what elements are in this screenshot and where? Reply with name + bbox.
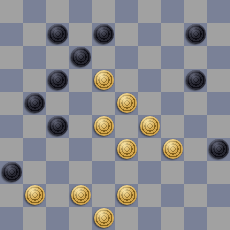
dark-square[interactable] [207,184,230,207]
dark-square[interactable] [138,115,161,138]
dark-square[interactable] [115,184,138,207]
dark-square[interactable] [0,161,23,184]
gold-man-piece[interactable] [117,93,137,113]
light-square [23,115,46,138]
light-square [115,115,138,138]
light-square [184,0,207,23]
light-square [115,207,138,230]
dark-square[interactable] [92,207,115,230]
dark-square[interactable] [69,92,92,115]
dark-square[interactable] [23,46,46,69]
light-square [115,161,138,184]
dark-square[interactable] [138,23,161,46]
dark-square[interactable] [161,0,184,23]
dark-square[interactable] [161,138,184,161]
light-square [207,23,230,46]
gold-man-piece[interactable] [71,185,91,205]
light-square [161,207,184,230]
dark-square[interactable] [184,23,207,46]
black-man-piece[interactable] [186,70,206,90]
black-man-piece[interactable] [48,70,68,90]
light-square [184,46,207,69]
dark-square[interactable] [23,138,46,161]
light-square [69,161,92,184]
gold-man-piece[interactable] [94,116,114,136]
light-square [138,138,161,161]
light-square [46,46,69,69]
dark-square[interactable] [69,0,92,23]
dark-square[interactable] [161,46,184,69]
light-square [115,23,138,46]
gold-man-piece[interactable] [25,185,45,205]
black-man-piece[interactable] [94,24,114,44]
dark-square[interactable] [138,207,161,230]
light-square [46,92,69,115]
gold-man-piece[interactable] [117,139,137,159]
light-square [0,138,23,161]
dark-square[interactable] [23,184,46,207]
black-man-piece[interactable] [71,47,91,67]
dark-square[interactable] [0,69,23,92]
light-square [23,161,46,184]
light-square [184,138,207,161]
dark-square[interactable] [184,161,207,184]
dark-square[interactable] [115,0,138,23]
light-square [69,69,92,92]
dark-square[interactable] [92,115,115,138]
dark-square[interactable] [115,92,138,115]
light-square [115,69,138,92]
light-square [161,23,184,46]
dark-square[interactable] [92,161,115,184]
dark-square[interactable] [0,207,23,230]
light-square [92,0,115,23]
black-man-piece[interactable] [25,93,45,113]
light-square [46,0,69,23]
dark-square[interactable] [46,115,69,138]
light-square [46,138,69,161]
light-square [161,69,184,92]
light-square [23,207,46,230]
light-square [46,184,69,207]
dark-square[interactable] [69,138,92,161]
light-square [69,23,92,46]
draughts-board [0,0,230,230]
light-square [207,207,230,230]
dark-square[interactable] [207,138,230,161]
dark-square[interactable] [184,207,207,230]
light-square [23,69,46,92]
light-square [138,184,161,207]
dark-square[interactable] [207,92,230,115]
light-square [138,46,161,69]
dark-square[interactable] [207,46,230,69]
gold-man-piece[interactable] [94,208,114,228]
dark-square[interactable] [138,69,161,92]
gold-man-piece[interactable] [94,70,114,90]
dark-square[interactable] [184,115,207,138]
dark-square[interactable] [92,23,115,46]
gold-man-piece[interactable] [140,116,160,136]
black-man-piece[interactable] [186,24,206,44]
light-square [0,184,23,207]
light-square [138,92,161,115]
light-square [23,23,46,46]
dark-square[interactable] [92,69,115,92]
dark-square[interactable] [46,69,69,92]
light-square [184,92,207,115]
light-square [138,0,161,23]
dark-square[interactable] [69,46,92,69]
black-man-piece[interactable] [48,116,68,136]
light-square [69,115,92,138]
dark-square[interactable] [115,46,138,69]
dark-square[interactable] [184,69,207,92]
light-square [184,184,207,207]
dark-square[interactable] [161,184,184,207]
dark-square[interactable] [69,184,92,207]
light-square [0,0,23,23]
dark-square[interactable] [23,92,46,115]
light-square [207,161,230,184]
dark-square[interactable] [207,0,230,23]
light-square [69,207,92,230]
dark-square[interactable] [46,207,69,230]
light-square [207,115,230,138]
light-square [92,46,115,69]
dark-square[interactable] [138,161,161,184]
light-square [92,138,115,161]
light-square [161,161,184,184]
dark-square[interactable] [23,0,46,23]
gold-man-piece[interactable] [163,139,183,159]
black-man-piece[interactable] [48,24,68,44]
dark-square[interactable] [46,161,69,184]
light-square [92,92,115,115]
light-square [0,92,23,115]
dark-square[interactable] [46,23,69,46]
black-man-piece[interactable] [2,162,22,182]
light-square [92,184,115,207]
dark-square[interactable] [115,138,138,161]
dark-square[interactable] [0,23,23,46]
dark-square[interactable] [161,92,184,115]
light-square [207,69,230,92]
light-square [161,115,184,138]
black-man-piece[interactable] [209,139,229,159]
light-square [0,46,23,69]
dark-square[interactable] [0,115,23,138]
gold-man-piece[interactable] [117,185,137,205]
